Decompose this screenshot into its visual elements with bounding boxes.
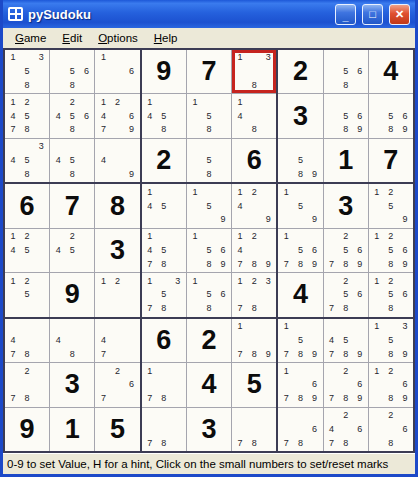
pencil-mark-8[interactable]: 8 — [157, 302, 171, 316]
pencil-mark-4[interactable]: 4 — [233, 199, 247, 213]
pencil-mark-9[interactable]: 9 — [353, 392, 367, 406]
pencil-mark-6[interactable]: 6 — [79, 65, 93, 79]
cell-r7c4[interactable]: 6 — [142, 319, 186, 362]
pencil-mark-7[interactable]: 7 — [233, 257, 247, 271]
pencil-mark-5[interactable]: 5 — [339, 333, 353, 347]
pencil-mark-8[interactable]: 8 — [384, 123, 398, 137]
cell-r5c8[interactable]: 256789 — [324, 229, 368, 272]
pencil-mark-8[interactable]: 8 — [247, 123, 261, 137]
pencil-mark-6[interactable]: 6 — [353, 109, 367, 123]
cell-r5c7[interactable]: 156789 — [278, 229, 322, 272]
pencil-mark-1[interactable]: 1 — [188, 185, 202, 199]
cell-r7c1[interactable]: 478 — [5, 319, 49, 362]
pencil-mark-6[interactable]: 6 — [307, 378, 321, 392]
pencil-mark-8[interactable]: 8 — [384, 436, 398, 450]
pencil-mark-9[interactable]: 9 — [261, 257, 275, 271]
pencil-mark-8[interactable]: 8 — [339, 123, 353, 137]
pencil-mark-8[interactable]: 8 — [157, 123, 171, 137]
cell-r5c2[interactable]: 245 — [50, 229, 94, 272]
pencil-mark-8[interactable]: 8 — [157, 392, 171, 406]
cell-r9c9[interactable]: 268 — [369, 408, 413, 451]
pencil-mark-4[interactable]: 4 — [143, 244, 157, 258]
pencil-mark-4[interactable]: 4 — [6, 333, 20, 347]
pencil-mark-5[interactable]: 5 — [157, 288, 171, 302]
pencil-mark-9[interactable]: 9 — [398, 347, 412, 361]
cell-r3c9[interactable]: 7 — [369, 139, 413, 182]
cell-r3c1[interactable]: 3458 — [5, 139, 49, 182]
pencil-mark-2[interactable]: 2 — [339, 409, 353, 423]
app-window-icon[interactable] — [8, 7, 23, 21]
cell-r3c6[interactable]: 6 — [232, 139, 276, 182]
cell-r6c7[interactable]: 4 — [278, 273, 322, 316]
pencil-mark-2[interactable]: 2 — [339, 230, 353, 244]
cell-r2c7[interactable]: 3 — [278, 94, 322, 137]
pencil-mark-3[interactable]: 3 — [261, 51, 275, 65]
pencil-mark-7[interactable]: 7 — [233, 302, 247, 316]
pencil-mark-5[interactable]: 5 — [20, 154, 34, 168]
cell-r9c7[interactable]: 678 — [278, 408, 322, 451]
pencil-mark-9[interactable]: 9 — [307, 257, 321, 271]
pencil-mark-2[interactable]: 2 — [247, 185, 261, 199]
pencil-mark-6[interactable]: 6 — [398, 244, 412, 258]
pencil-mark-8[interactable]: 8 — [293, 392, 307, 406]
menu-help[interactable]: Help — [146, 30, 186, 46]
maximize-button[interactable]: □ — [362, 4, 383, 25]
pencil-mark-8[interactable]: 8 — [202, 168, 216, 182]
pencil-mark-3[interactable]: 3 — [261, 274, 275, 288]
cell-r1c5[interactable]: 7 — [187, 50, 231, 93]
cell-r1c4[interactable]: 9 — [142, 50, 186, 93]
pencil-mark-7[interactable]: 7 — [279, 257, 293, 271]
pencil-mark-8[interactable]: 8 — [293, 168, 307, 182]
cell-r3c7[interactable]: 589 — [278, 139, 322, 182]
pencil-mark-1[interactable]: 1 — [233, 51, 247, 65]
pencil-mark-9[interactable]: 9 — [261, 347, 275, 361]
pencil-mark-2[interactable]: 2 — [339, 364, 353, 378]
cell-r9c6[interactable]: 78 — [232, 408, 276, 451]
cell-r7c5[interactable]: 2 — [187, 319, 231, 362]
cell-r1c9[interactable]: 4 — [369, 50, 413, 93]
pencil-mark-2[interactable]: 2 — [20, 274, 34, 288]
pencil-mark-3[interactable]: 3 — [398, 320, 412, 334]
pencil-mark-7[interactable]: 7 — [6, 347, 20, 361]
pencil-mark-8[interactable]: 8 — [384, 392, 398, 406]
pencil-mark-8[interactable]: 8 — [20, 123, 34, 137]
pencil-mark-8[interactable]: 8 — [20, 79, 34, 93]
cell-r3c4[interactable]: 2 — [142, 139, 186, 182]
pencil-mark-1[interactable]: 1 — [143, 230, 157, 244]
pencil-mark-8[interactable]: 8 — [293, 436, 307, 450]
pencil-mark-5[interactable]: 5 — [339, 65, 353, 79]
pencil-mark-5[interactable]: 5 — [202, 288, 216, 302]
pencil-mark-1[interactable]: 1 — [6, 51, 20, 65]
pencil-mark-5[interactable]: 5 — [384, 244, 398, 258]
pencil-mark-2[interactable]: 2 — [247, 230, 261, 244]
cell-r6c5[interactable]: 1568 — [187, 273, 231, 316]
pencil-mark-6[interactable]: 6 — [307, 422, 321, 436]
pencil-mark-1[interactable]: 1 — [370, 185, 384, 199]
cell-r4c9[interactable]: 1259 — [369, 184, 413, 227]
pencil-mark-5[interactable]: 5 — [384, 333, 398, 347]
cell-r3c3[interactable]: 49 — [95, 139, 139, 182]
pencil-mark-6[interactable]: 6 — [125, 65, 139, 79]
pencil-mark-8[interactable]: 8 — [247, 79, 261, 93]
cell-r5c6[interactable]: 124789 — [232, 229, 276, 272]
pencil-mark-7[interactable]: 7 — [325, 257, 339, 271]
pencil-mark-6[interactable]: 6 — [125, 378, 139, 392]
pencil-mark-9[interactable]: 9 — [307, 213, 321, 227]
cell-r5c1[interactable]: 1245 — [5, 229, 49, 272]
menu-edit[interactable]: Edit — [54, 30, 90, 46]
pencil-mark-5[interactable]: 5 — [65, 109, 79, 123]
cell-r8c6[interactable]: 5 — [232, 363, 276, 406]
pencil-mark-5[interactable]: 5 — [20, 109, 34, 123]
cell-r2c8[interactable]: 5689 — [324, 94, 368, 137]
pencil-mark-8[interactable]: 8 — [247, 436, 261, 450]
pencil-mark-5[interactable]: 5 — [384, 109, 398, 123]
cell-r7c9[interactable]: 13589 — [369, 319, 413, 362]
pencil-mark-9[interactable]: 9 — [398, 213, 412, 227]
cell-r3c2[interactable]: 458 — [50, 139, 94, 182]
pencil-mark-1[interactable]: 1 — [279, 230, 293, 244]
cell-r6c6[interactable]: 12378 — [232, 273, 276, 316]
pencil-mark-5[interactable]: 5 — [157, 244, 171, 258]
pencil-mark-1[interactable]: 1 — [6, 274, 20, 288]
pencil-mark-1[interactable]: 1 — [188, 230, 202, 244]
cell-r4c2[interactable]: 7 — [50, 184, 94, 227]
pencil-mark-9[interactable]: 9 — [353, 257, 367, 271]
pencil-mark-5[interactable]: 5 — [202, 244, 216, 258]
pencil-mark-1[interactable]: 1 — [96, 274, 110, 288]
pencil-mark-3[interactable]: 3 — [34, 140, 48, 154]
pencil-mark-6[interactable]: 6 — [353, 378, 367, 392]
pencil-mark-7[interactable]: 7 — [6, 123, 20, 137]
pencil-mark-8[interactable]: 8 — [293, 347, 307, 361]
cell-r2c3[interactable]: 124679 — [95, 94, 139, 137]
pencil-mark-5[interactable]: 5 — [202, 109, 216, 123]
pencil-mark-7[interactable]: 7 — [96, 392, 110, 406]
pencil-mark-1[interactable]: 1 — [143, 185, 157, 199]
pencil-mark-4[interactable]: 4 — [96, 333, 110, 347]
pencil-mark-5[interactable]: 5 — [384, 288, 398, 302]
pencil-mark-2[interactable]: 2 — [384, 230, 398, 244]
cell-r8c7[interactable]: 16789 — [278, 363, 322, 406]
cell-r7c6[interactable]: 1789 — [232, 319, 276, 362]
pencil-mark-4[interactable]: 4 — [51, 154, 65, 168]
pencil-mark-9[interactable]: 9 — [307, 392, 321, 406]
pencil-mark-2[interactable]: 2 — [20, 230, 34, 244]
pencil-mark-9[interactable]: 9 — [125, 168, 139, 182]
cell-r3c5[interactable]: 58 — [187, 139, 231, 182]
pencil-mark-2[interactable]: 2 — [384, 409, 398, 423]
pencil-mark-5[interactable]: 5 — [20, 65, 34, 79]
menu-game[interactable]: Game — [7, 30, 54, 46]
pencil-mark-5[interactable]: 5 — [65, 244, 79, 258]
pencil-mark-6[interactable]: 6 — [216, 288, 230, 302]
pencil-mark-1[interactable]: 1 — [6, 95, 20, 109]
pencil-mark-5[interactable]: 5 — [293, 333, 307, 347]
pencil-mark-6[interactable]: 6 — [398, 288, 412, 302]
pencil-mark-4[interactable]: 4 — [325, 333, 339, 347]
pencil-mark-8[interactable]: 8 — [339, 347, 353, 361]
cell-r8c1[interactable]: 278 — [5, 363, 49, 406]
pencil-mark-5[interactable]: 5 — [20, 244, 34, 258]
pencil-mark-6[interactable]: 6 — [216, 244, 230, 258]
pencil-mark-1[interactable]: 1 — [143, 95, 157, 109]
cell-r2c2[interactable]: 24568 — [50, 94, 94, 137]
cell-r2c4[interactable]: 1458 — [142, 94, 186, 137]
pencil-mark-1[interactable]: 1 — [370, 364, 384, 378]
pencil-mark-5[interactable]: 5 — [293, 154, 307, 168]
pencil-mark-1[interactable]: 1 — [188, 274, 202, 288]
cell-r6c3[interactable]: 12 — [95, 273, 139, 316]
pencil-mark-4[interactable]: 4 — [96, 109, 110, 123]
pencil-mark-8[interactable]: 8 — [339, 257, 353, 271]
pencil-mark-1[interactable]: 1 — [279, 320, 293, 334]
cell-r9c3[interactable]: 5 — [95, 408, 139, 451]
cell-r1c1[interactable]: 1358 — [5, 50, 49, 93]
pencil-mark-8[interactable]: 8 — [339, 436, 353, 450]
cell-r3c8[interactable]: 1 — [324, 139, 368, 182]
pencil-mark-9[interactable]: 9 — [216, 213, 230, 227]
pencil-mark-1[interactable]: 1 — [233, 320, 247, 334]
pencil-mark-8[interactable]: 8 — [20, 392, 34, 406]
pencil-mark-6[interactable]: 6 — [353, 422, 367, 436]
cell-r4c6[interactable]: 1249 — [232, 184, 276, 227]
cell-r4c8[interactable]: 3 — [324, 184, 368, 227]
pencil-mark-9[interactable]: 9 — [261, 213, 275, 227]
cell-r7c8[interactable]: 45789 — [324, 319, 368, 362]
pencil-mark-5[interactable]: 5 — [65, 65, 79, 79]
pencil-mark-7[interactable]: 7 — [96, 347, 110, 361]
cell-r6c2[interactable]: 9 — [50, 273, 94, 316]
pencil-mark-1[interactable]: 1 — [233, 95, 247, 109]
pencil-mark-7[interactable]: 7 — [6, 392, 20, 406]
pencil-mark-2[interactable]: 2 — [339, 274, 353, 288]
pencil-mark-1[interactable]: 1 — [233, 185, 247, 199]
pencil-mark-8[interactable]: 8 — [339, 392, 353, 406]
cell-r6c8[interactable]: 25678 — [324, 273, 368, 316]
cell-r4c4[interactable]: 145 — [142, 184, 186, 227]
pencil-mark-2[interactable]: 2 — [65, 230, 79, 244]
pencil-mark-8[interactable]: 8 — [202, 257, 216, 271]
pencil-mark-4[interactable]: 4 — [6, 244, 20, 258]
cell-r9c8[interactable]: 24678 — [324, 408, 368, 451]
pencil-mark-7[interactable]: 7 — [279, 347, 293, 361]
menu-options[interactable]: Options — [90, 30, 146, 46]
pencil-mark-8[interactable]: 8 — [339, 79, 353, 93]
cell-r7c3[interactable]: 47 — [95, 319, 139, 362]
pencil-mark-4[interactable]: 4 — [51, 244, 65, 258]
cell-r7c2[interactable]: 48 — [50, 319, 94, 362]
pencil-mark-4[interactable]: 4 — [6, 154, 20, 168]
pencil-mark-4[interactable]: 4 — [96, 154, 110, 168]
cell-r2c6[interactable]: 148 — [232, 94, 276, 137]
pencil-mark-7[interactable]: 7 — [143, 257, 157, 271]
pencil-mark-5[interactable]: 5 — [157, 199, 171, 213]
pencil-mark-5[interactable]: 5 — [339, 109, 353, 123]
pencil-mark-1[interactable]: 1 — [279, 185, 293, 199]
pencil-mark-1[interactable]: 1 — [143, 274, 157, 288]
pencil-mark-1[interactable]: 1 — [233, 274, 247, 288]
cell-r4c7[interactable]: 159 — [278, 184, 322, 227]
pencil-mark-6[interactable]: 6 — [353, 65, 367, 79]
pencil-mark-8[interactable]: 8 — [384, 257, 398, 271]
pencil-mark-1[interactable]: 1 — [188, 95, 202, 109]
pencil-mark-2[interactable]: 2 — [111, 274, 125, 288]
pencil-mark-3[interactable]: 3 — [34, 51, 48, 65]
cell-r5c3[interactable]: 3 — [95, 229, 139, 272]
cell-r5c9[interactable]: 125689 — [369, 229, 413, 272]
pencil-mark-1[interactable]: 1 — [233, 230, 247, 244]
pencil-mark-8[interactable]: 8 — [293, 257, 307, 271]
pencil-mark-7[interactable]: 7 — [325, 302, 339, 316]
pencil-mark-5[interactable]: 5 — [157, 109, 171, 123]
pencil-mark-1[interactable]: 1 — [96, 95, 110, 109]
cell-r8c2[interactable]: 3 — [50, 363, 94, 406]
pencil-mark-5[interactable]: 5 — [293, 244, 307, 258]
pencil-mark-7[interactable]: 7 — [279, 392, 293, 406]
pencil-mark-2[interactable]: 2 — [20, 95, 34, 109]
pencil-mark-8[interactable]: 8 — [65, 123, 79, 137]
pencil-mark-9[interactable]: 9 — [353, 123, 367, 137]
cell-r8c8[interactable]: 26789 — [324, 363, 368, 406]
pencil-mark-8[interactable]: 8 — [157, 436, 171, 450]
minimize-button[interactable]: _ — [335, 4, 356, 25]
pencil-mark-4[interactable]: 4 — [233, 244, 247, 258]
close-button[interactable]: ✕ — [389, 4, 410, 25]
pencil-mark-5[interactable]: 5 — [339, 244, 353, 258]
cell-r8c5[interactable]: 4 — [187, 363, 231, 406]
pencil-mark-8[interactable]: 8 — [20, 168, 34, 182]
pencil-mark-9[interactable]: 9 — [398, 123, 412, 137]
pencil-mark-1[interactable]: 1 — [370, 274, 384, 288]
pencil-mark-7[interactable]: 7 — [279, 436, 293, 450]
cell-r2c1[interactable]: 124578 — [5, 94, 49, 137]
cell-r2c5[interactable]: 158 — [187, 94, 231, 137]
pencil-mark-6[interactable]: 6 — [353, 244, 367, 258]
pencil-mark-4[interactable]: 4 — [6, 109, 20, 123]
pencil-mark-7[interactable]: 7 — [233, 347, 247, 361]
pencil-mark-8[interactable]: 8 — [157, 257, 171, 271]
pencil-mark-4[interactable]: 4 — [143, 109, 157, 123]
pencil-mark-2[interactable]: 2 — [247, 274, 261, 288]
pencil-mark-9[interactable]: 9 — [216, 257, 230, 271]
pencil-mark-2[interactable]: 2 — [384, 364, 398, 378]
pencil-mark-6[interactable]: 6 — [398, 378, 412, 392]
pencil-mark-9[interactable]: 9 — [398, 257, 412, 271]
cell-r9c4[interactable]: 78 — [142, 408, 186, 451]
pencil-mark-8[interactable]: 8 — [339, 302, 353, 316]
cell-r8c9[interactable]: 12689 — [369, 363, 413, 406]
pencil-mark-7[interactable]: 7 — [325, 436, 339, 450]
pencil-mark-4[interactable]: 4 — [51, 333, 65, 347]
cell-r5c5[interactable]: 15689 — [187, 229, 231, 272]
cell-r8c4[interactable]: 178 — [142, 363, 186, 406]
pencil-mark-4[interactable]: 4 — [51, 109, 65, 123]
cell-r8c3[interactable]: 267 — [95, 363, 139, 406]
pencil-mark-9[interactable]: 9 — [307, 347, 321, 361]
cell-r4c3[interactable]: 8 — [95, 184, 139, 227]
pencil-mark-9[interactable]: 9 — [125, 123, 139, 137]
pencil-mark-5[interactable]: 5 — [202, 154, 216, 168]
cell-r1c7[interactable]: 2 — [278, 50, 322, 93]
pencil-mark-8[interactable]: 8 — [202, 123, 216, 137]
pencil-mark-7[interactable]: 7 — [143, 392, 157, 406]
pencil-mark-5[interactable]: 5 — [20, 288, 34, 302]
pencil-mark-7[interactable]: 7 — [143, 436, 157, 450]
cell-r1c6[interactable]: 138 — [232, 50, 276, 93]
pencil-mark-5[interactable]: 5 — [202, 199, 216, 213]
pencil-mark-2[interactable]: 2 — [111, 364, 125, 378]
pencil-mark-9[interactable]: 9 — [307, 168, 321, 182]
cell-r5c4[interactable]: 14578 — [142, 229, 186, 272]
pencil-mark-1[interactable]: 1 — [370, 230, 384, 244]
cell-r6c1[interactable]: 125 — [5, 273, 49, 316]
pencil-mark-8[interactable]: 8 — [384, 347, 398, 361]
pencil-mark-8[interactable]: 8 — [247, 257, 261, 271]
pencil-mark-7[interactable]: 7 — [143, 302, 157, 316]
pencil-mark-7[interactable]: 7 — [325, 392, 339, 406]
pencil-mark-8[interactable]: 8 — [247, 347, 261, 361]
pencil-mark-2[interactable]: 2 — [20, 364, 34, 378]
pencil-mark-8[interactable]: 8 — [202, 302, 216, 316]
pencil-mark-6[interactable]: 6 — [125, 109, 139, 123]
pencil-mark-3[interactable]: 3 — [171, 274, 185, 288]
pencil-mark-7[interactable]: 7 — [233, 436, 247, 450]
pencil-mark-2[interactable]: 2 — [384, 185, 398, 199]
cell-r9c1[interactable]: 9 — [5, 408, 49, 451]
cell-r2c9[interactable]: 5689 — [369, 94, 413, 137]
cell-r9c2[interactable]: 1 — [50, 408, 94, 451]
pencil-mark-6[interactable]: 6 — [353, 288, 367, 302]
cell-r7c7[interactable]: 15789 — [278, 319, 322, 362]
cell-r1c3[interactable]: 16 — [95, 50, 139, 93]
pencil-mark-2[interactable]: 2 — [384, 274, 398, 288]
pencil-mark-6[interactable]: 6 — [398, 109, 412, 123]
cell-r9c5[interactable]: 3 — [187, 408, 231, 451]
pencil-mark-8[interactable]: 8 — [20, 347, 34, 361]
pencil-mark-8[interactable]: 8 — [384, 302, 398, 316]
cell-r1c2[interactable]: 568 — [50, 50, 94, 93]
cell-r1c8[interactable]: 568 — [324, 50, 368, 93]
pencil-mark-9[interactable]: 9 — [353, 347, 367, 361]
cell-r4c1[interactable]: 6 — [5, 184, 49, 227]
pencil-mark-6[interactable]: 6 — [398, 422, 412, 436]
cell-r6c4[interactable]: 13578 — [142, 273, 186, 316]
pencil-mark-7[interactable]: 7 — [96, 123, 110, 137]
pencil-mark-1[interactable]: 1 — [143, 364, 157, 378]
pencil-mark-4[interactable]: 4 — [143, 199, 157, 213]
pencil-mark-1[interactable]: 1 — [279, 364, 293, 378]
cell-r6c9[interactable]: 12568 — [369, 273, 413, 316]
pencil-mark-2[interactable]: 2 — [111, 95, 125, 109]
pencil-mark-5[interactable]: 5 — [65, 154, 79, 168]
pencil-mark-4[interactable]: 4 — [233, 109, 247, 123]
pencil-mark-7[interactable]: 7 — [325, 347, 339, 361]
pencil-mark-9[interactable]: 9 — [398, 392, 412, 406]
pencil-mark-5[interactable]: 5 — [293, 199, 307, 213]
cell-r4c5[interactable]: 159 — [187, 184, 231, 227]
pencil-mark-8[interactable]: 8 — [65, 168, 79, 182]
pencil-mark-1[interactable]: 1 — [370, 320, 384, 334]
pencil-mark-4[interactable]: 4 — [325, 422, 339, 436]
pencil-mark-5[interactable]: 5 — [339, 288, 353, 302]
pencil-mark-6[interactable]: 6 — [79, 109, 93, 123]
pencil-mark-6[interactable]: 6 — [307, 244, 321, 258]
pencil-mark-1[interactable]: 1 — [96, 51, 110, 65]
pencil-mark-8[interactable]: 8 — [65, 347, 79, 361]
